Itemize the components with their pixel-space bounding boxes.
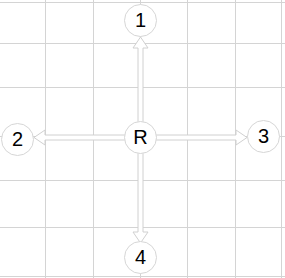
node-down-label: 4: [135, 247, 146, 267]
node-center-label: R: [133, 127, 147, 147]
node-center: R: [124, 121, 157, 154]
node-down: 4: [124, 241, 157, 274]
node-left-label: 2: [12, 129, 23, 149]
node-up-label: 1: [135, 10, 146, 30]
arrow-left-icon: [34, 130, 128, 145]
diagram-canvas: 1 2 R 3 4: [0, 0, 285, 278]
node-right-label: 3: [258, 126, 269, 146]
arrow-up-icon: [133, 37, 148, 125]
arrow-right-icon: [153, 130, 247, 145]
node-up: 1: [124, 4, 157, 37]
node-right: 3: [247, 120, 280, 153]
node-left: 2: [1, 123, 34, 156]
arrow-down-icon: [133, 150, 148, 243]
